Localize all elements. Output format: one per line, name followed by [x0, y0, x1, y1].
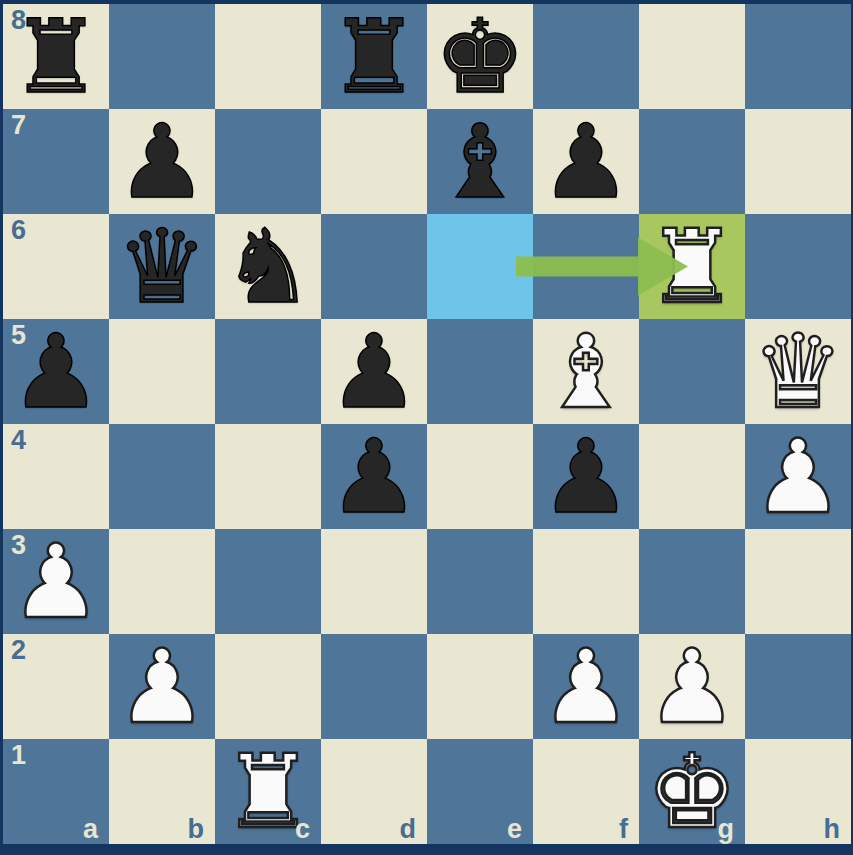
- white-pawn-h4[interactable]: ♟: [752, 426, 843, 528]
- square-c6[interactable]: ♞: [215, 214, 321, 319]
- rank-label-1: 1: [11, 742, 26, 769]
- white-queen-h5[interactable]: ♛: [752, 321, 843, 423]
- square-e1[interactable]: e: [427, 739, 533, 844]
- chess-board-frame: 8♜♜♚7♟♝♟6♛♞♜5♟♟♝♛4♟♟♟3♟2♟♟♟1abc♜defg♚h: [0, 0, 853, 855]
- black-pawn-f4[interactable]: ♟: [540, 426, 631, 528]
- square-g1[interactable]: g♚: [639, 739, 745, 844]
- square-b3[interactable]: [109, 529, 215, 634]
- square-h4[interactable]: ♟: [745, 424, 851, 529]
- rank-label-7: 7: [11, 112, 26, 139]
- square-g7[interactable]: [639, 109, 745, 214]
- square-h2[interactable]: [745, 634, 851, 739]
- square-a2[interactable]: 2: [3, 634, 109, 739]
- square-c7[interactable]: [215, 109, 321, 214]
- file-label-f: f: [619, 816, 628, 843]
- square-c4[interactable]: [215, 424, 321, 529]
- file-label-g: g: [718, 816, 735, 843]
- file-label-e: e: [507, 816, 522, 843]
- white-pawn-g2[interactable]: ♟: [646, 636, 737, 738]
- square-a1[interactable]: 1a: [3, 739, 109, 844]
- square-e2[interactable]: [427, 634, 533, 739]
- square-c3[interactable]: [215, 529, 321, 634]
- square-h3[interactable]: [745, 529, 851, 634]
- square-a3[interactable]: 3♟: [3, 529, 109, 634]
- file-label-b: b: [188, 816, 205, 843]
- black-pawn-d4[interactable]: ♟: [328, 426, 419, 528]
- square-a5[interactable]: 5♟: [3, 319, 109, 424]
- square-g4[interactable]: [639, 424, 745, 529]
- black-king-e8[interactable]: ♚: [434, 6, 525, 108]
- square-b8[interactable]: [109, 4, 215, 109]
- file-label-c: c: [295, 816, 310, 843]
- square-a4[interactable]: 4: [3, 424, 109, 529]
- square-f2[interactable]: ♟: [533, 634, 639, 739]
- square-d4[interactable]: ♟: [321, 424, 427, 529]
- square-f1[interactable]: f: [533, 739, 639, 844]
- square-b2[interactable]: ♟: [109, 634, 215, 739]
- square-d6[interactable]: [321, 214, 427, 319]
- square-b4[interactable]: [109, 424, 215, 529]
- black-queen-b6[interactable]: ♛: [116, 216, 207, 318]
- square-f8[interactable]: [533, 4, 639, 109]
- square-e7[interactable]: ♝: [427, 109, 533, 214]
- square-e5[interactable]: [427, 319, 533, 424]
- rank-label-3: 3: [11, 532, 26, 559]
- square-b6[interactable]: ♛: [109, 214, 215, 319]
- black-knight-c6[interactable]: ♞: [222, 216, 313, 318]
- square-c1[interactable]: c♜: [215, 739, 321, 844]
- square-g5[interactable]: [639, 319, 745, 424]
- square-c8[interactable]: [215, 4, 321, 109]
- square-d3[interactable]: [321, 529, 427, 634]
- square-e4[interactable]: [427, 424, 533, 529]
- square-a6[interactable]: 6: [3, 214, 109, 319]
- square-f3[interactable]: [533, 529, 639, 634]
- square-g3[interactable]: [639, 529, 745, 634]
- square-a8[interactable]: 8♜: [3, 4, 109, 109]
- rank-label-4: 4: [11, 427, 26, 454]
- square-f7[interactable]: ♟: [533, 109, 639, 214]
- square-g8[interactable]: [639, 4, 745, 109]
- rank-label-6: 6: [11, 217, 26, 244]
- square-h1[interactable]: h: [745, 739, 851, 844]
- square-a7[interactable]: 7: [3, 109, 109, 214]
- black-pawn-d5[interactable]: ♟: [328, 321, 419, 423]
- square-d8[interactable]: ♜: [321, 4, 427, 109]
- square-e3[interactable]: [427, 529, 533, 634]
- black-pawn-f7[interactable]: ♟: [540, 111, 631, 213]
- square-b7[interactable]: ♟: [109, 109, 215, 214]
- square-h7[interactable]: [745, 109, 851, 214]
- rank-label-5: 5: [11, 322, 26, 349]
- file-label-d: d: [400, 816, 417, 843]
- square-e8[interactable]: ♚: [427, 4, 533, 109]
- square-e6[interactable]: [427, 214, 533, 319]
- square-c5[interactable]: [215, 319, 321, 424]
- rank-label-2: 2: [11, 637, 26, 664]
- square-h6[interactable]: [745, 214, 851, 319]
- square-b1[interactable]: b: [109, 739, 215, 844]
- white-pawn-b2[interactable]: ♟: [116, 636, 207, 738]
- square-h8[interactable]: [745, 4, 851, 109]
- square-h5[interactable]: ♛: [745, 319, 851, 424]
- chess-board: 8♜♜♚7♟♝♟6♛♞♜5♟♟♝♛4♟♟♟3♟2♟♟♟1abc♜defg♚h: [3, 4, 851, 844]
- black-bishop-e7[interactable]: ♝: [434, 111, 525, 213]
- black-pawn-b7[interactable]: ♟: [116, 111, 207, 213]
- white-rook-g6[interactable]: ♜: [646, 216, 737, 318]
- square-d2[interactable]: [321, 634, 427, 739]
- square-d5[interactable]: ♟: [321, 319, 427, 424]
- square-g6[interactable]: ♜: [639, 214, 745, 319]
- file-label-a: a: [83, 816, 98, 843]
- square-f4[interactable]: ♟: [533, 424, 639, 529]
- square-f6[interactable]: [533, 214, 639, 319]
- square-c2[interactable]: [215, 634, 321, 739]
- rank-label-8: 8: [11, 7, 26, 34]
- white-pawn-f2[interactable]: ♟: [540, 636, 631, 738]
- square-g2[interactable]: ♟: [639, 634, 745, 739]
- square-f5[interactable]: ♝: [533, 319, 639, 424]
- square-b5[interactable]: [109, 319, 215, 424]
- square-d1[interactable]: d: [321, 739, 427, 844]
- file-label-h: h: [824, 816, 841, 843]
- white-bishop-f5[interactable]: ♝: [540, 321, 631, 423]
- black-rook-d8[interactable]: ♜: [328, 6, 419, 108]
- square-d7[interactable]: [321, 109, 427, 214]
